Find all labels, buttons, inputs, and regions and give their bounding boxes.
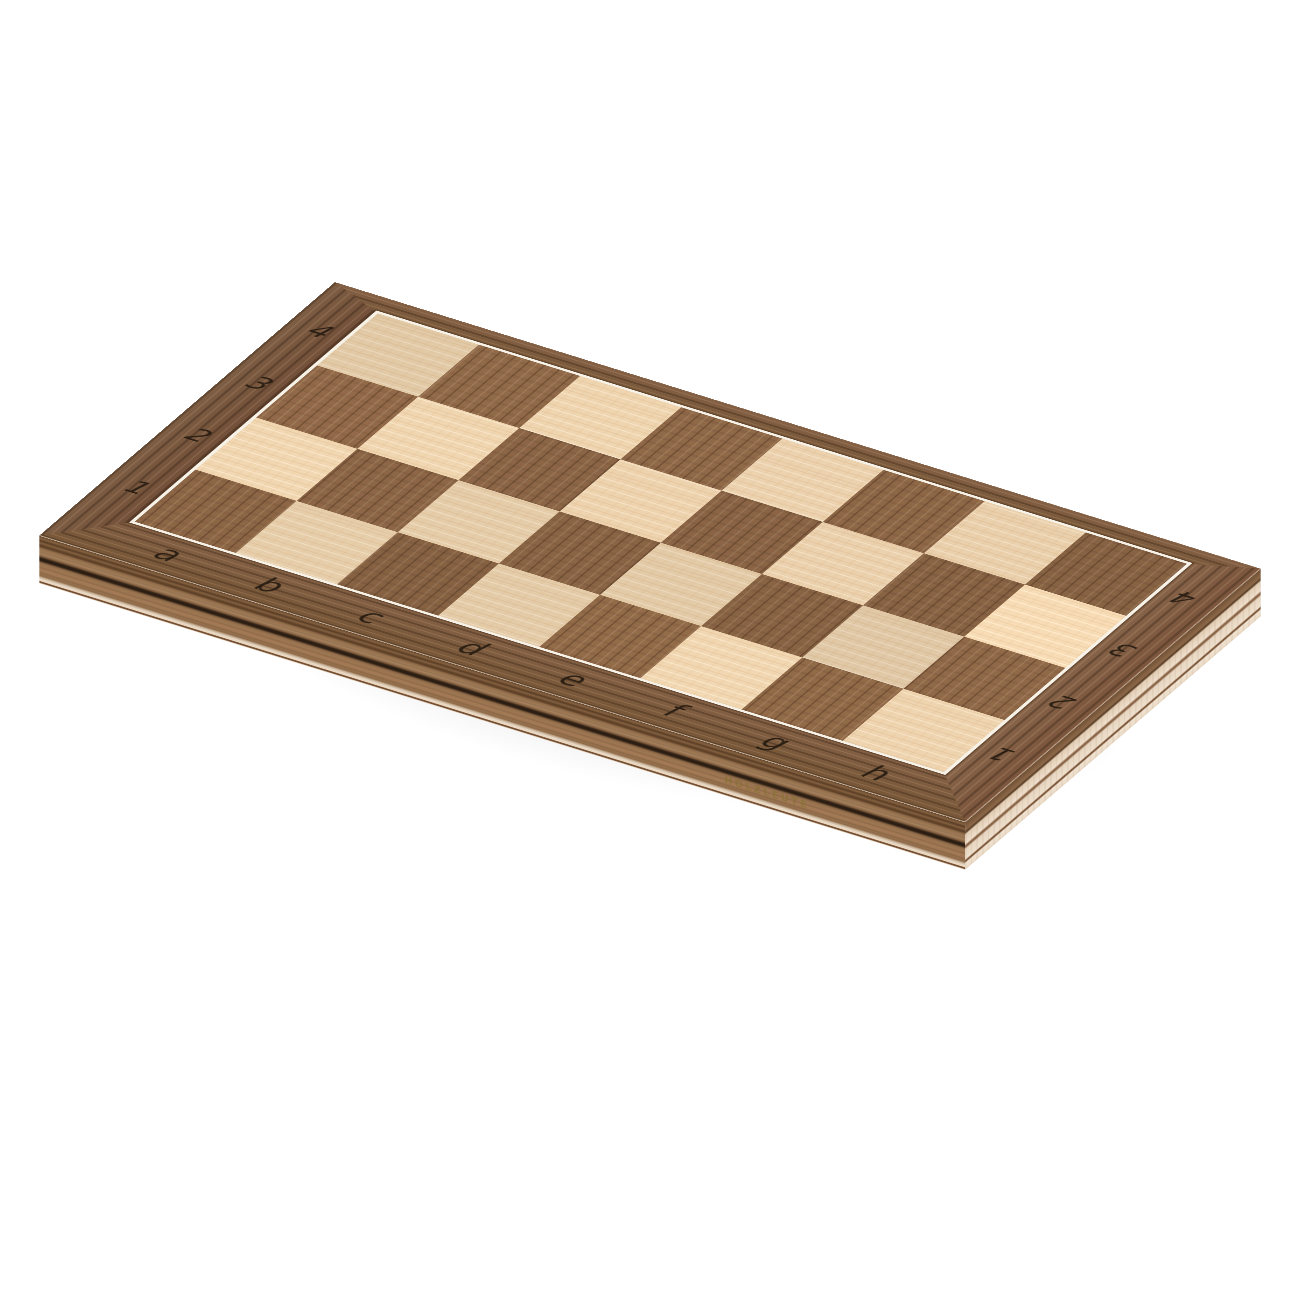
folded-chessboard: HOLZLEUTE 4321 4321 abcdefgh: [39, 330, 1260, 870]
scene: HOLZLEUTE 4321 4321 abcdefgh: [0, 0, 1300, 1300]
